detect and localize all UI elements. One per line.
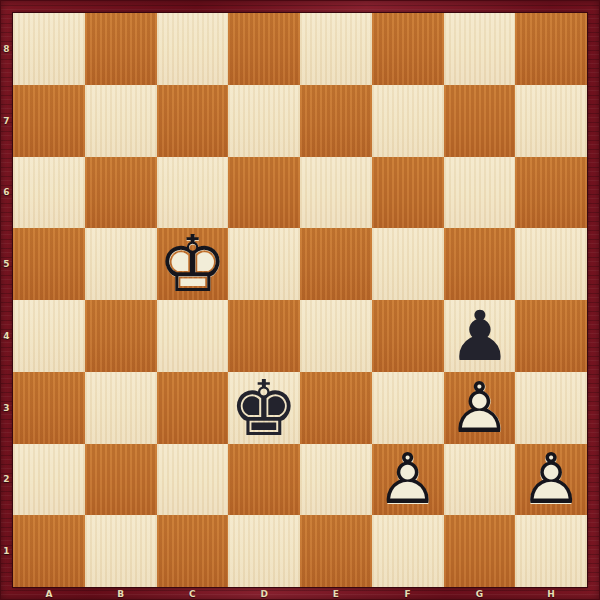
square-b7[interactable] <box>85 85 157 157</box>
square-h4[interactable] <box>515 300 587 372</box>
square-c3[interactable] <box>157 372 229 444</box>
square-g4[interactable]: ♟ <box>444 300 516 372</box>
white-pawn-outline-glyph: ♙ <box>372 444 444 516</box>
black-pawn-glyph: ♟ <box>444 301 515 372</box>
square-b1[interactable] <box>85 515 157 587</box>
square-h8[interactable] <box>515 13 587 85</box>
square-d6[interactable] <box>228 157 300 229</box>
square-a4[interactable] <box>13 300 85 372</box>
square-h7[interactable] <box>515 85 587 157</box>
rank-label-1: 1 <box>0 515 13 587</box>
square-d4[interactable] <box>228 300 300 372</box>
file-label-h: H <box>515 587 587 600</box>
rank-label-5: 5 <box>0 228 13 300</box>
square-h3[interactable] <box>515 372 587 444</box>
file-label-g: G <box>444 587 516 600</box>
white-pawn-g3[interactable]: ♟♙ <box>444 372 516 444</box>
square-c4[interactable] <box>157 300 229 372</box>
square-g1[interactable] <box>444 515 516 587</box>
rank-label-2: 2 <box>0 444 13 516</box>
square-b6[interactable] <box>85 157 157 229</box>
square-e6[interactable] <box>300 157 372 229</box>
black-king-glyph: ♚ <box>229 372 300 443</box>
square-g5[interactable] <box>444 228 516 300</box>
square-c6[interactable] <box>157 157 229 229</box>
white-pawn-f2[interactable]: ♟♙ <box>372 444 444 516</box>
square-h5[interactable] <box>515 228 587 300</box>
square-d1[interactable] <box>228 515 300 587</box>
square-h6[interactable] <box>515 157 587 229</box>
rank-label-3: 3 <box>0 372 13 444</box>
square-f6[interactable] <box>372 157 444 229</box>
file-labels: ABCDEFGH <box>13 587 587 600</box>
square-e5[interactable] <box>300 228 372 300</box>
square-g3[interactable]: ♟♙ <box>444 372 516 444</box>
square-f5[interactable] <box>372 228 444 300</box>
square-d7[interactable] <box>228 85 300 157</box>
square-c2[interactable] <box>157 444 229 516</box>
file-label-b: B <box>85 587 157 600</box>
square-f3[interactable] <box>372 372 444 444</box>
file-label-e: E <box>300 587 372 600</box>
square-d8[interactable] <box>228 13 300 85</box>
square-h1[interactable] <box>515 515 587 587</box>
white-pawn-outline-glyph: ♙ <box>515 444 587 516</box>
square-f2[interactable]: ♟♙ <box>372 444 444 516</box>
square-g7[interactable] <box>444 85 516 157</box>
square-d5[interactable] <box>228 228 300 300</box>
square-f8[interactable] <box>372 13 444 85</box>
square-d3[interactable]: ♚ <box>228 372 300 444</box>
black-pawn-g4[interactable]: ♟ <box>444 300 516 372</box>
square-d2[interactable] <box>228 444 300 516</box>
square-h2[interactable]: ♟♙ <box>515 444 587 516</box>
square-c8[interactable] <box>157 13 229 85</box>
square-b2[interactable] <box>85 444 157 516</box>
square-b8[interactable] <box>85 13 157 85</box>
square-c7[interactable] <box>157 85 229 157</box>
chess-board: 87654321 ABCDEFGH ♚♔♟♚♟♙♟♙♟♙ <box>0 0 600 600</box>
square-a3[interactable] <box>13 372 85 444</box>
white-king-c5[interactable]: ♚♔ <box>157 228 229 300</box>
white-king-outline-glyph: ♔ <box>157 228 229 300</box>
square-a7[interactable] <box>13 85 85 157</box>
rank-label-4: 4 <box>0 300 13 372</box>
square-a2[interactable] <box>13 444 85 516</box>
rank-labels: 87654321 <box>0 13 13 587</box>
square-e7[interactable] <box>300 85 372 157</box>
square-c1[interactable] <box>157 515 229 587</box>
square-e3[interactable] <box>300 372 372 444</box>
square-e2[interactable] <box>300 444 372 516</box>
square-b4[interactable] <box>85 300 157 372</box>
square-b5[interactable] <box>85 228 157 300</box>
square-g2[interactable] <box>444 444 516 516</box>
square-g8[interactable] <box>444 13 516 85</box>
square-f7[interactable] <box>372 85 444 157</box>
square-f1[interactable] <box>372 515 444 587</box>
white-pawn-outline-glyph: ♙ <box>444 372 516 444</box>
rank-label-8: 8 <box>0 13 13 85</box>
white-pawn-h2[interactable]: ♟♙ <box>515 444 587 516</box>
square-g6[interactable] <box>444 157 516 229</box>
file-label-f: F <box>372 587 444 600</box>
file-label-d: D <box>228 587 300 600</box>
square-a8[interactable] <box>13 13 85 85</box>
square-a5[interactable] <box>13 228 85 300</box>
square-f4[interactable] <box>372 300 444 372</box>
square-a1[interactable] <box>13 515 85 587</box>
square-e4[interactable] <box>300 300 372 372</box>
square-e8[interactable] <box>300 13 372 85</box>
rank-label-7: 7 <box>0 85 13 157</box>
rank-label-6: 6 <box>0 157 13 229</box>
file-label-a: A <box>13 587 85 600</box>
square-c5[interactable]: ♚♔ <box>157 228 229 300</box>
black-king-d3[interactable]: ♚ <box>228 372 300 444</box>
square-b3[interactable] <box>85 372 157 444</box>
file-label-c: C <box>157 587 229 600</box>
board-grid: ♚♔♟♚♟♙♟♙♟♙ <box>13 13 587 587</box>
square-a6[interactable] <box>13 157 85 229</box>
square-e1[interactable] <box>300 515 372 587</box>
